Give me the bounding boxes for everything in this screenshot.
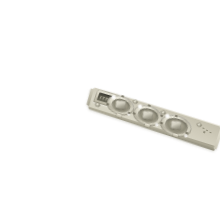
photo-caption: Long rectangular champagne-silver metal … — [40, 16, 41, 17]
ring-clip-mark — [106, 102, 110, 105]
metal-plate — [85, 86, 220, 152]
ring-clip-mark — [133, 112, 137, 115]
ring-clip-mark — [127, 111, 131, 114]
led-chip — [115, 100, 126, 109]
led-chip — [143, 110, 154, 119]
led-chip — [171, 121, 182, 130]
ring-clip-mark — [175, 114, 179, 117]
product-photo: Long rectangular champagne-silver metal … — [40, 16, 220, 198]
